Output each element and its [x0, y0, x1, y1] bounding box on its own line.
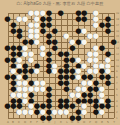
- column-label: M: [71, 120, 73, 123]
- column-label: Q: [95, 120, 97, 123]
- row-label: 14: [116, 41, 119, 44]
- column-label: K: [60, 120, 62, 123]
- row-label: 3: [116, 105, 118, 108]
- star-point: [24, 30, 26, 32]
- row-label: 7: [116, 82, 118, 85]
- row-label: 9: [116, 70, 118, 73]
- row-label: 5: [116, 93, 118, 96]
- black-stone: ●: [52, 27, 58, 34]
- row-label: 11: [116, 58, 119, 61]
- column-label: C: [18, 120, 20, 123]
- row-label: 8: [116, 76, 118, 79]
- column-label: E: [30, 120, 32, 123]
- column-label: F: [36, 120, 38, 123]
- column-label: D: [24, 120, 26, 123]
- black-stone: ●: [69, 45, 75, 52]
- row-label: 17: [116, 23, 119, 26]
- row-label: 12: [116, 52, 119, 55]
- column-label: J: [54, 120, 55, 123]
- white-stone: ●: [34, 68, 40, 75]
- row-label: 18: [116, 18, 119, 21]
- row-label: 16: [116, 29, 119, 32]
- column-label: S: [107, 120, 109, 123]
- row-label: 6: [116, 87, 118, 90]
- star-point: [60, 30, 62, 32]
- column-label: R: [101, 120, 103, 123]
- row-label: 4: [116, 99, 118, 102]
- kifu-screen: 白: AlphaGo 九段 - 黑: 李世石 九段 白中盘胜 ●●●●●●●●●…: [0, 0, 120, 125]
- black-stone: ●: [105, 79, 111, 86]
- row-label: 10: [116, 64, 119, 67]
- white-stone: ●: [93, 33, 99, 40]
- row-label: 2: [116, 111, 118, 114]
- go-board[interactable]: ●●●●●●●●●●●●●●●●●●●●●●●●●●●●●●●●●●●●●●●●…: [0, 0, 120, 125]
- column-label: B: [12, 120, 14, 123]
- column-label: G: [42, 120, 44, 123]
- column-label: H: [48, 120, 50, 123]
- column-label: P: [89, 120, 91, 123]
- black-stone: ●: [105, 27, 111, 34]
- column-label: T: [113, 120, 115, 123]
- row-label: 13: [116, 47, 119, 50]
- column-label: N: [77, 120, 79, 123]
- white-stone: ●: [99, 109, 105, 116]
- black-stone: ●: [57, 10, 63, 17]
- white-stone: ●: [81, 39, 87, 46]
- row-label: 19: [116, 12, 119, 15]
- black-stone: ●: [81, 15, 87, 22]
- column-label: O: [83, 120, 85, 123]
- grid-line-horizontal: [8, 118, 114, 119]
- column-label: A: [7, 120, 9, 123]
- black-stone: ●: [105, 103, 111, 110]
- row-label: 1: [116, 116, 118, 119]
- column-label: L: [66, 120, 68, 123]
- white-stone: ●: [81, 109, 87, 116]
- grid-line-vertical: [114, 13, 115, 118]
